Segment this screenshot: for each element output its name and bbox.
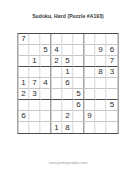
- cell-r2c6[interactable]: [74, 45, 85, 56]
- cell-r3c1[interactable]: [19, 56, 30, 67]
- cell-r6c3[interactable]: [41, 89, 52, 100]
- cell-r9c3[interactable]: [41, 122, 52, 133]
- cell-r3c5[interactable]: 5: [63, 56, 74, 67]
- cell-r4c4[interactable]: [52, 67, 63, 78]
- cell-r5c3[interactable]: 4: [41, 78, 52, 89]
- cell-r8c9[interactable]: [107, 111, 118, 122]
- cell-r8c1[interactable]: 6: [19, 111, 30, 122]
- cell-r6c9[interactable]: [107, 89, 118, 100]
- cell-r7c9[interactable]: 5: [107, 100, 118, 111]
- cell-r1c2[interactable]: [30, 34, 41, 45]
- cell-r2c8[interactable]: 9: [96, 45, 107, 56]
- cell-r9c5[interactable]: 8: [63, 122, 74, 133]
- cell-r5c4[interactable]: [52, 78, 63, 89]
- cell-r3c4[interactable]: 2: [52, 56, 63, 67]
- cell-r9c9[interactable]: [107, 122, 118, 133]
- cell-r8c6[interactable]: [74, 111, 85, 122]
- cell-r8c5[interactable]: 2: [63, 111, 74, 122]
- cell-r1c8[interactable]: [96, 34, 107, 45]
- puzzle-title: Sudoku, Hard (Puzzle #A193): [0, 13, 136, 19]
- cell-r6c5[interactable]: [63, 89, 74, 100]
- cell-r7c6[interactable]: 6: [74, 100, 85, 111]
- cell-r4c6[interactable]: [74, 67, 85, 78]
- cell-r6c4[interactable]: [52, 89, 63, 100]
- cell-r6c1[interactable]: 2: [19, 89, 30, 100]
- cell-r7c5[interactable]: [63, 100, 74, 111]
- cell-r6c2[interactable]: 3: [30, 89, 41, 100]
- cell-r8c8[interactable]: [96, 111, 107, 122]
- cell-r8c3[interactable]: [41, 111, 52, 122]
- cell-r3c6[interactable]: [74, 56, 85, 67]
- cell-r1c1[interactable]: 7: [19, 34, 30, 45]
- cell-r7c3[interactable]: [41, 100, 52, 111]
- cell-r1c4[interactable]: [52, 34, 63, 45]
- sudoku-page: Sudoku, Hard (Puzzle #A193) 754961257183…: [0, 0, 136, 176]
- cell-r1c5[interactable]: [63, 34, 74, 45]
- cell-r8c4[interactable]: [52, 111, 63, 122]
- cell-r2c5[interactable]: [63, 45, 74, 56]
- cell-r6c6[interactable]: 5: [74, 89, 85, 100]
- cell-r1c9[interactable]: [107, 34, 118, 45]
- cell-r5c6[interactable]: [74, 78, 85, 89]
- cell-r7c2[interactable]: [30, 100, 41, 111]
- cell-r9c6[interactable]: [74, 122, 85, 133]
- cell-r5c2[interactable]: 7: [30, 78, 41, 89]
- cell-r3c7[interactable]: [85, 56, 96, 67]
- cell-r3c2[interactable]: 1: [30, 56, 41, 67]
- cell-r9c2[interactable]: [30, 122, 41, 133]
- cell-r3c9[interactable]: 7: [107, 56, 118, 67]
- cell-r5c5[interactable]: 6: [63, 78, 74, 89]
- cell-r5c1[interactable]: 1: [19, 78, 30, 89]
- cell-r2c3[interactable]: 5: [41, 45, 52, 56]
- cell-r5c9[interactable]: [107, 78, 118, 89]
- cell-r2c7[interactable]: [85, 45, 96, 56]
- cell-r9c1[interactable]: [19, 122, 30, 133]
- cell-r6c7[interactable]: [85, 89, 96, 100]
- cell-r5c8[interactable]: [96, 78, 107, 89]
- cell-r5c7[interactable]: [85, 78, 96, 89]
- cell-r2c4[interactable]: 4: [52, 45, 63, 56]
- cell-r8c7[interactable]: 9: [85, 111, 96, 122]
- cell-r8c2[interactable]: [30, 111, 41, 122]
- cell-r7c7[interactable]: [85, 100, 96, 111]
- cell-r2c2[interactable]: [30, 45, 41, 56]
- cell-r1c7[interactable]: [85, 34, 96, 45]
- cell-r4c7[interactable]: [85, 67, 96, 78]
- cell-r1c6[interactable]: [74, 34, 85, 45]
- cell-r7c4[interactable]: [52, 100, 63, 111]
- footer-url: www.printmysudoku.com: [0, 161, 136, 165]
- sudoku-board: 75496125718317462356562918: [18, 33, 119, 134]
- cell-r6c8[interactable]: [96, 89, 107, 100]
- cell-r4c3[interactable]: [41, 67, 52, 78]
- cell-r9c4[interactable]: 1: [52, 122, 63, 133]
- cell-r1c3[interactable]: [41, 34, 52, 45]
- cell-r4c5[interactable]: 1: [63, 67, 74, 78]
- cell-r4c9[interactable]: 3: [107, 67, 118, 78]
- cell-r3c8[interactable]: [96, 56, 107, 67]
- cell-r4c8[interactable]: 8: [96, 67, 107, 78]
- cell-r7c1[interactable]: [19, 100, 30, 111]
- cell-r2c9[interactable]: 6: [107, 45, 118, 56]
- cell-r4c2[interactable]: [30, 67, 41, 78]
- cell-r7c8[interactable]: [96, 100, 107, 111]
- cell-r9c7[interactable]: [85, 122, 96, 133]
- cell-r2c1[interactable]: [19, 45, 30, 56]
- cell-r9c8[interactable]: [96, 122, 107, 133]
- cell-r3c3[interactable]: [41, 56, 52, 67]
- cell-r4c1[interactable]: [19, 67, 30, 78]
